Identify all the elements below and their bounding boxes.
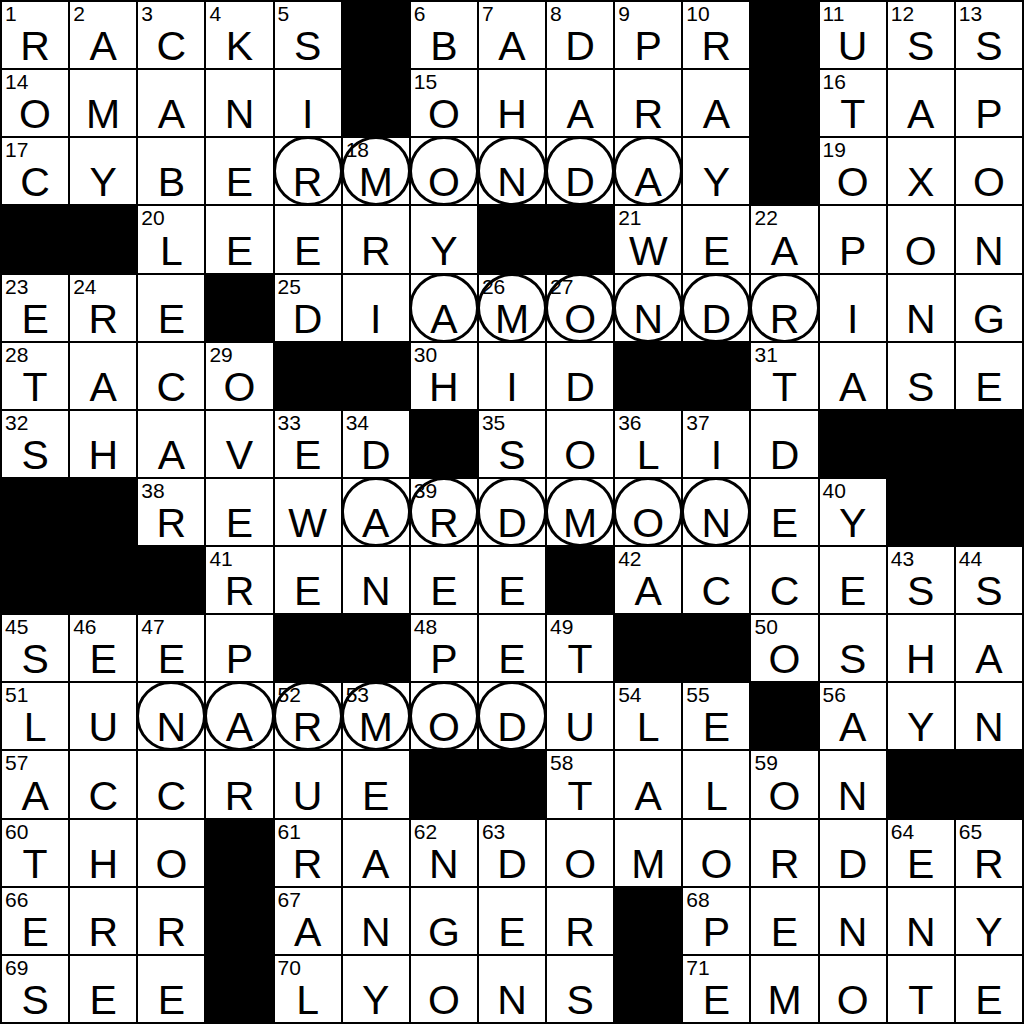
grid-cell[interactable]: 35S (479, 411, 545, 477)
clue-number: 21 (618, 206, 641, 230)
grid-cell[interactable]: D (547, 138, 613, 204)
grid-cell[interactable]: N (343, 888, 409, 954)
cell-letter: A (888, 94, 954, 135)
cell-letter: E (275, 571, 341, 612)
grid-cell[interactable]: 61R (275, 820, 341, 886)
grid-cell[interactable]: 10R (683, 2, 749, 68)
grid-cell[interactable]: 68P (683, 888, 749, 954)
cell-letter: R (615, 94, 681, 135)
grid-cell[interactable]: O (138, 820, 204, 886)
black-cell (888, 479, 954, 545)
grid-cell[interactable]: 24R (70, 275, 136, 341)
grid-cell[interactable]: A (138, 411, 204, 477)
grid-cell[interactable]: N (888, 888, 954, 954)
clue-number: 36 (618, 411, 641, 435)
grid-cell[interactable]: E (411, 547, 477, 613)
grid-cell[interactable]: S (820, 615, 886, 681)
grid-cell[interactable]: I (275, 70, 341, 136)
grid-cell[interactable]: I (479, 343, 545, 409)
grid-cell[interactable]: 15O (411, 70, 477, 136)
grid-cell[interactable]: E (479, 547, 545, 613)
cell-letter: M (479, 299, 545, 340)
grid-cell[interactable]: O (411, 138, 477, 204)
grid-cell[interactable]: N (820, 888, 886, 954)
grid-cell[interactable]: 41R (206, 547, 272, 613)
cell-letter: V (206, 435, 272, 476)
grid-cell[interactable]: 63D (479, 820, 545, 886)
grid-cell[interactable]: M (70, 70, 136, 136)
grid-cell[interactable]: A (888, 70, 954, 136)
grid-cell[interactable]: 53M (343, 683, 409, 749)
cell-letter: A (820, 367, 886, 408)
grid-cell[interactable]: C (683, 547, 749, 613)
grid-cell[interactable]: 23E (2, 275, 68, 341)
clue-number: 39 (414, 479, 437, 503)
cell-letter: A (70, 367, 136, 408)
clue-number: 53 (346, 683, 369, 707)
grid-cell[interactable]: E (206, 206, 272, 272)
grid-cell[interactable]: 17C (2, 138, 68, 204)
grid-cell[interactable]: D (683, 275, 749, 341)
black-cell (547, 206, 613, 272)
clue-number: 64 (891, 820, 914, 844)
cell-letter: T (2, 844, 68, 885)
clue-number: 60 (5, 820, 28, 844)
cell-letter: L (275, 980, 341, 1021)
grid-cell[interactable]: 26M (479, 275, 545, 341)
grid-cell[interactable]: T (888, 956, 954, 1022)
grid-cell[interactable]: 45S (2, 615, 68, 681)
grid-cell[interactable]: R (138, 888, 204, 954)
grid-cell[interactable]: 11U (820, 2, 886, 68)
cell-letter: R (275, 707, 341, 748)
cell-letter: Y (956, 912, 1022, 953)
black-cell (343, 343, 409, 409)
grid-cell[interactable]: Y (888, 683, 954, 749)
cell-letter: R (138, 503, 204, 544)
grid-cell[interactable]: U (547, 683, 613, 749)
cell-letter: R (206, 571, 272, 612)
grid-cell[interactable]: 33E (275, 411, 341, 477)
cell-letter: T (2, 367, 68, 408)
grid-cell[interactable]: 69S (2, 956, 68, 1022)
cell-letter: E (888, 844, 954, 885)
grid-cell[interactable]: E (275, 206, 341, 272)
cell-letter: L (615, 707, 681, 748)
grid-cell[interactable]: 52R (275, 683, 341, 749)
grid-cell[interactable]: N (820, 751, 886, 817)
clue-number: 4 (209, 2, 221, 26)
grid-cell[interactable]: A (547, 70, 613, 136)
cell-letter: P (206, 639, 272, 680)
grid-cell[interactable]: O (820, 956, 886, 1022)
cell-letter: A (138, 94, 204, 135)
cell-letter: A (956, 639, 1022, 680)
grid-cell[interactable]: W (275, 479, 341, 545)
grid-cell[interactable]: 3C (138, 2, 204, 68)
grid-cell[interactable]: 49T (547, 615, 613, 681)
cell-letter: M (70, 94, 136, 135)
grid-cell[interactable]: R (615, 70, 681, 136)
grid-cell[interactable]: O (411, 956, 477, 1022)
grid-cell[interactable]: 2A (70, 2, 136, 68)
grid-cell[interactable]: S (888, 343, 954, 409)
grid-cell[interactable]: A (615, 138, 681, 204)
cell-letter: Y (411, 231, 477, 272)
clue-number: 55 (686, 683, 709, 707)
cell-letter: N (343, 571, 409, 612)
grid-cell[interactable]: H (479, 70, 545, 136)
cell-letter: P (411, 639, 477, 680)
grid-cell[interactable]: O (547, 820, 613, 886)
grid-cell[interactable]: H (70, 411, 136, 477)
black-cell (956, 479, 1022, 545)
grid-cell[interactable]: R (547, 888, 613, 954)
clue-number: 35 (482, 411, 505, 435)
grid-cell[interactable]: 21W (615, 206, 681, 272)
cell-letter: C (683, 571, 749, 612)
cell-letter: X (888, 162, 954, 203)
grid-cell[interactable]: X (888, 138, 954, 204)
clue-number: 1 (5, 2, 17, 26)
cell-letter: N (479, 162, 545, 203)
cell-letter: A (547, 94, 613, 135)
grid-cell[interactable]: U (275, 751, 341, 817)
cell-letter: N (956, 707, 1022, 748)
grid-cell[interactable]: 19O (820, 138, 886, 204)
black-cell (479, 206, 545, 272)
grid-cell[interactable]: 31T (751, 343, 817, 409)
clue-number: 40 (823, 479, 846, 503)
cell-letter: O (888, 231, 954, 272)
clue-number: 5 (278, 2, 290, 26)
grid-cell[interactable]: O (683, 820, 749, 886)
cell-letter: E (479, 912, 545, 953)
grid-cell[interactable]: 62N (411, 820, 477, 886)
grid-cell[interactable]: R (751, 275, 817, 341)
black-cell (683, 343, 749, 409)
grid-cell[interactable]: E (820, 547, 886, 613)
grid-cell[interactable]: 12S (888, 2, 954, 68)
black-cell (70, 479, 136, 545)
grid-cell[interactable]: E (70, 956, 136, 1022)
grid-cell[interactable]: V (206, 411, 272, 477)
grid-cell[interactable]: E (956, 956, 1022, 1022)
grid-cell[interactable]: 50O (751, 615, 817, 681)
clue-number: 32 (5, 411, 28, 435)
grid-cell[interactable]: 58T (547, 751, 613, 817)
cell-letter: A (206, 707, 272, 748)
cell-letter: S (956, 26, 1022, 67)
grid-cell[interactable]: 8D (547, 2, 613, 68)
grid-cell[interactable]: R (275, 138, 341, 204)
grid-cell[interactable]: A (70, 343, 136, 409)
cell-letter: E (138, 980, 204, 1021)
grid-cell[interactable]: P (820, 206, 886, 272)
cell-letter: S (2, 639, 68, 680)
grid-cell[interactable]: 22A (751, 206, 817, 272)
grid-cell[interactable]: M (751, 956, 817, 1022)
grid-cell[interactable]: 30H (411, 343, 477, 409)
grid-cell[interactable]: 51L (2, 683, 68, 749)
cell-letter: N (615, 299, 681, 340)
cell-letter: I (820, 299, 886, 340)
grid-cell[interactable]: 54L (615, 683, 681, 749)
grid-cell[interactable]: E (343, 751, 409, 817)
cell-letter: A (411, 299, 477, 340)
grid-cell[interactable]: O (888, 206, 954, 272)
cell-letter: E (751, 503, 817, 544)
clue-number: 51 (5, 683, 28, 707)
grid-cell[interactable]: G (956, 275, 1022, 341)
grid-cell[interactable]: L (683, 751, 749, 817)
cell-letter: S (2, 435, 68, 476)
grid-cell[interactable]: 38R (138, 479, 204, 545)
clue-number: 71 (686, 956, 709, 980)
grid-cell[interactable]: E (138, 956, 204, 1022)
cell-letter: N (138, 707, 204, 748)
grid-cell[interactable]: S (547, 956, 613, 1022)
grid-cell[interactable]: 18M (343, 138, 409, 204)
grid-cell[interactable]: P (206, 615, 272, 681)
grid-cell[interactable]: O (956, 138, 1022, 204)
cell-letter: C (138, 367, 204, 408)
grid-cell[interactable]: H (70, 820, 136, 886)
grid-cell[interactable]: 1R (2, 2, 68, 68)
grid-cell[interactable]: A (138, 70, 204, 136)
cell-letter: S (888, 26, 954, 67)
cell-letter: I (683, 435, 749, 476)
grid-cell[interactable]: 59O (751, 751, 817, 817)
grid-cell[interactable]: N (888, 275, 954, 341)
grid-cell[interactable]: N (479, 138, 545, 204)
grid-cell[interactable]: N (615, 275, 681, 341)
cell-letter: S (820, 639, 886, 680)
grid-cell[interactable]: 42A (615, 547, 681, 613)
grid-cell[interactable]: D (547, 343, 613, 409)
grid-cell[interactable]: C (70, 751, 136, 817)
black-cell (70, 547, 136, 613)
grid-cell[interactable]: Y (683, 138, 749, 204)
grid-cell[interactable]: P (956, 70, 1022, 136)
grid-cell[interactable]: C (751, 547, 817, 613)
cell-letter: H (70, 435, 136, 476)
grid-cell[interactable]: 13S (956, 2, 1022, 68)
grid-cell[interactable]: N (479, 956, 545, 1022)
grid-cell[interactable]: D (479, 479, 545, 545)
grid-cell[interactable]: A (683, 70, 749, 136)
grid-cell[interactable]: 9P (615, 2, 681, 68)
clue-number: 37 (686, 411, 709, 435)
grid-cell[interactable]: 65R (956, 820, 1022, 886)
grid-cell[interactable]: 4K (206, 2, 272, 68)
black-cell (343, 70, 409, 136)
grid-cell[interactable]: E (751, 479, 817, 545)
cell-letter: A (138, 435, 204, 476)
cell-letter: M (751, 980, 817, 1021)
clue-number: 50 (754, 615, 777, 639)
grid-cell[interactable]: 37I (683, 411, 749, 477)
grid-cell[interactable]: A (956, 615, 1022, 681)
cell-letter: E (956, 980, 1022, 1021)
grid-cell[interactable]: E (138, 275, 204, 341)
grid-cell[interactable]: 46E (70, 615, 136, 681)
clue-number: 34 (346, 411, 369, 435)
clue-number: 26 (482, 275, 505, 299)
clue-number: 45 (5, 615, 28, 639)
grid-cell[interactable]: O (411, 683, 477, 749)
cell-letter: O (411, 707, 477, 748)
grid-cell[interactable]: N (138, 683, 204, 749)
grid-cell[interactable]: A (206, 683, 272, 749)
black-cell (2, 206, 68, 272)
grid-cell[interactable]: A (343, 479, 409, 545)
grid-cell[interactable]: 55E (683, 683, 749, 749)
cell-letter: S (275, 26, 341, 67)
grid-cell[interactable]: A (615, 751, 681, 817)
cell-letter: P (956, 94, 1022, 135)
grid-cell[interactable]: 71E (683, 956, 749, 1022)
cell-letter: H (70, 844, 136, 885)
clue-number: 22 (754, 206, 777, 230)
grid-cell[interactable]: Y (343, 956, 409, 1022)
grid-cell[interactable]: Y (70, 138, 136, 204)
black-cell (343, 615, 409, 681)
grid-cell[interactable]: 14O (2, 70, 68, 136)
cell-letter: U (547, 707, 613, 748)
grid-cell[interactable]: 47E (138, 615, 204, 681)
grid-cell[interactable]: U (70, 683, 136, 749)
grid-cell[interactable]: 27O (547, 275, 613, 341)
cell-letter: O (683, 844, 749, 885)
cell-letter: U (820, 26, 886, 67)
grid-cell[interactable]: 56A (820, 683, 886, 749)
grid-cell[interactable]: 39R (411, 479, 477, 545)
grid-cell[interactable]: 64E (888, 820, 954, 886)
clue-number: 63 (482, 820, 505, 844)
cell-letter: O (820, 980, 886, 1021)
grid-cell[interactable]: E (479, 615, 545, 681)
grid-cell[interactable]: 66E (2, 888, 68, 954)
cell-letter: L (2, 707, 68, 748)
cell-letter: O (206, 367, 272, 408)
grid-cell[interactable]: 16T (820, 70, 886, 136)
cell-letter: N (820, 912, 886, 953)
grid-cell[interactable]: 29O (206, 343, 272, 409)
grid-cell[interactable]: N (206, 70, 272, 136)
grid-cell[interactable]: O (615, 479, 681, 545)
cell-letter: O (956, 162, 1022, 203)
grid-cell[interactable]: O (547, 411, 613, 477)
grid-cell[interactable]: A (820, 343, 886, 409)
cell-letter: R (2, 26, 68, 67)
grid-cell[interactable]: A (343, 820, 409, 886)
grid-cell[interactable]: E (479, 888, 545, 954)
grid-cell[interactable]: M (615, 820, 681, 886)
grid-cell[interactable]: B (138, 138, 204, 204)
grid-cell[interactable]: 57A (2, 751, 68, 817)
grid-cell[interactable]: 44S (956, 547, 1022, 613)
cell-letter: E (479, 639, 545, 680)
grid-cell[interactable]: C (138, 343, 204, 409)
cell-letter: E (206, 231, 272, 272)
grid-cell[interactable]: R (751, 820, 817, 886)
grid-cell[interactable]: 60T (2, 820, 68, 886)
grid-cell[interactable]: 25D (275, 275, 341, 341)
grid-cell[interactable]: N (683, 479, 749, 545)
cell-letter: E (138, 639, 204, 680)
grid-cell[interactable]: N (956, 206, 1022, 272)
grid-cell[interactable]: 6B (411, 2, 477, 68)
cell-letter: E (206, 503, 272, 544)
grid-cell[interactable]: 70L (275, 956, 341, 1022)
cell-letter: O (751, 776, 817, 817)
cell-letter: R (751, 299, 817, 340)
grid-cell[interactable]: A (411, 275, 477, 341)
grid-cell[interactable]: Y (956, 888, 1022, 954)
clue-number: 68 (686, 888, 709, 912)
cell-letter: E (683, 231, 749, 272)
grid-cell[interactable]: 5S (275, 2, 341, 68)
grid-cell[interactable]: E (683, 206, 749, 272)
grid-cell[interactable]: 20L (138, 206, 204, 272)
grid-cell[interactable]: R (70, 888, 136, 954)
grid-cell[interactable]: E (206, 479, 272, 545)
grid-cell[interactable]: R (206, 751, 272, 817)
clue-number: 48 (414, 615, 437, 639)
grid-cell[interactable]: 28T (2, 343, 68, 409)
grid-cell[interactable]: 67A (275, 888, 341, 954)
grid-cell[interactable]: E (275, 547, 341, 613)
grid-cell[interactable]: D (820, 820, 886, 886)
grid-cell[interactable]: Y (411, 206, 477, 272)
grid-cell[interactable]: I (343, 275, 409, 341)
cell-letter: B (411, 26, 477, 67)
grid-cell[interactable]: 34D (343, 411, 409, 477)
grid-cell[interactable]: D (479, 683, 545, 749)
grid-cell[interactable]: 48P (411, 615, 477, 681)
cell-letter: E (275, 231, 341, 272)
grid-cell[interactable]: H (888, 615, 954, 681)
grid-cell[interactable]: E (751, 888, 817, 954)
cell-letter: L (683, 776, 749, 817)
grid-cell[interactable]: 32S (2, 411, 68, 477)
grid-cell[interactable]: E (956, 343, 1022, 409)
clue-number: 30 (414, 343, 437, 367)
clue-number: 20 (141, 206, 164, 230)
cell-letter: H (411, 367, 477, 408)
grid-cell[interactable]: 43S (888, 547, 954, 613)
grid-cell[interactable]: 7A (479, 2, 545, 68)
black-cell (206, 888, 272, 954)
cell-letter: O (615, 503, 681, 544)
grid-cell[interactable]: 40Y (820, 479, 886, 545)
grid-cell[interactable]: G (411, 888, 477, 954)
black-cell (70, 206, 136, 272)
grid-cell[interactable]: C (138, 751, 204, 817)
grid-cell[interactable]: E (206, 138, 272, 204)
grid-cell[interactable]: N (343, 547, 409, 613)
clue-number: 61 (278, 820, 301, 844)
grid-cell[interactable]: D (751, 411, 817, 477)
grid-cell[interactable]: 36L (615, 411, 681, 477)
cell-letter: U (70, 707, 136, 748)
grid-cell[interactable]: N (956, 683, 1022, 749)
cell-letter: E (479, 571, 545, 612)
grid-cell[interactable]: M (547, 479, 613, 545)
grid-cell[interactable]: I (820, 275, 886, 341)
grid-cell[interactable]: R (343, 206, 409, 272)
